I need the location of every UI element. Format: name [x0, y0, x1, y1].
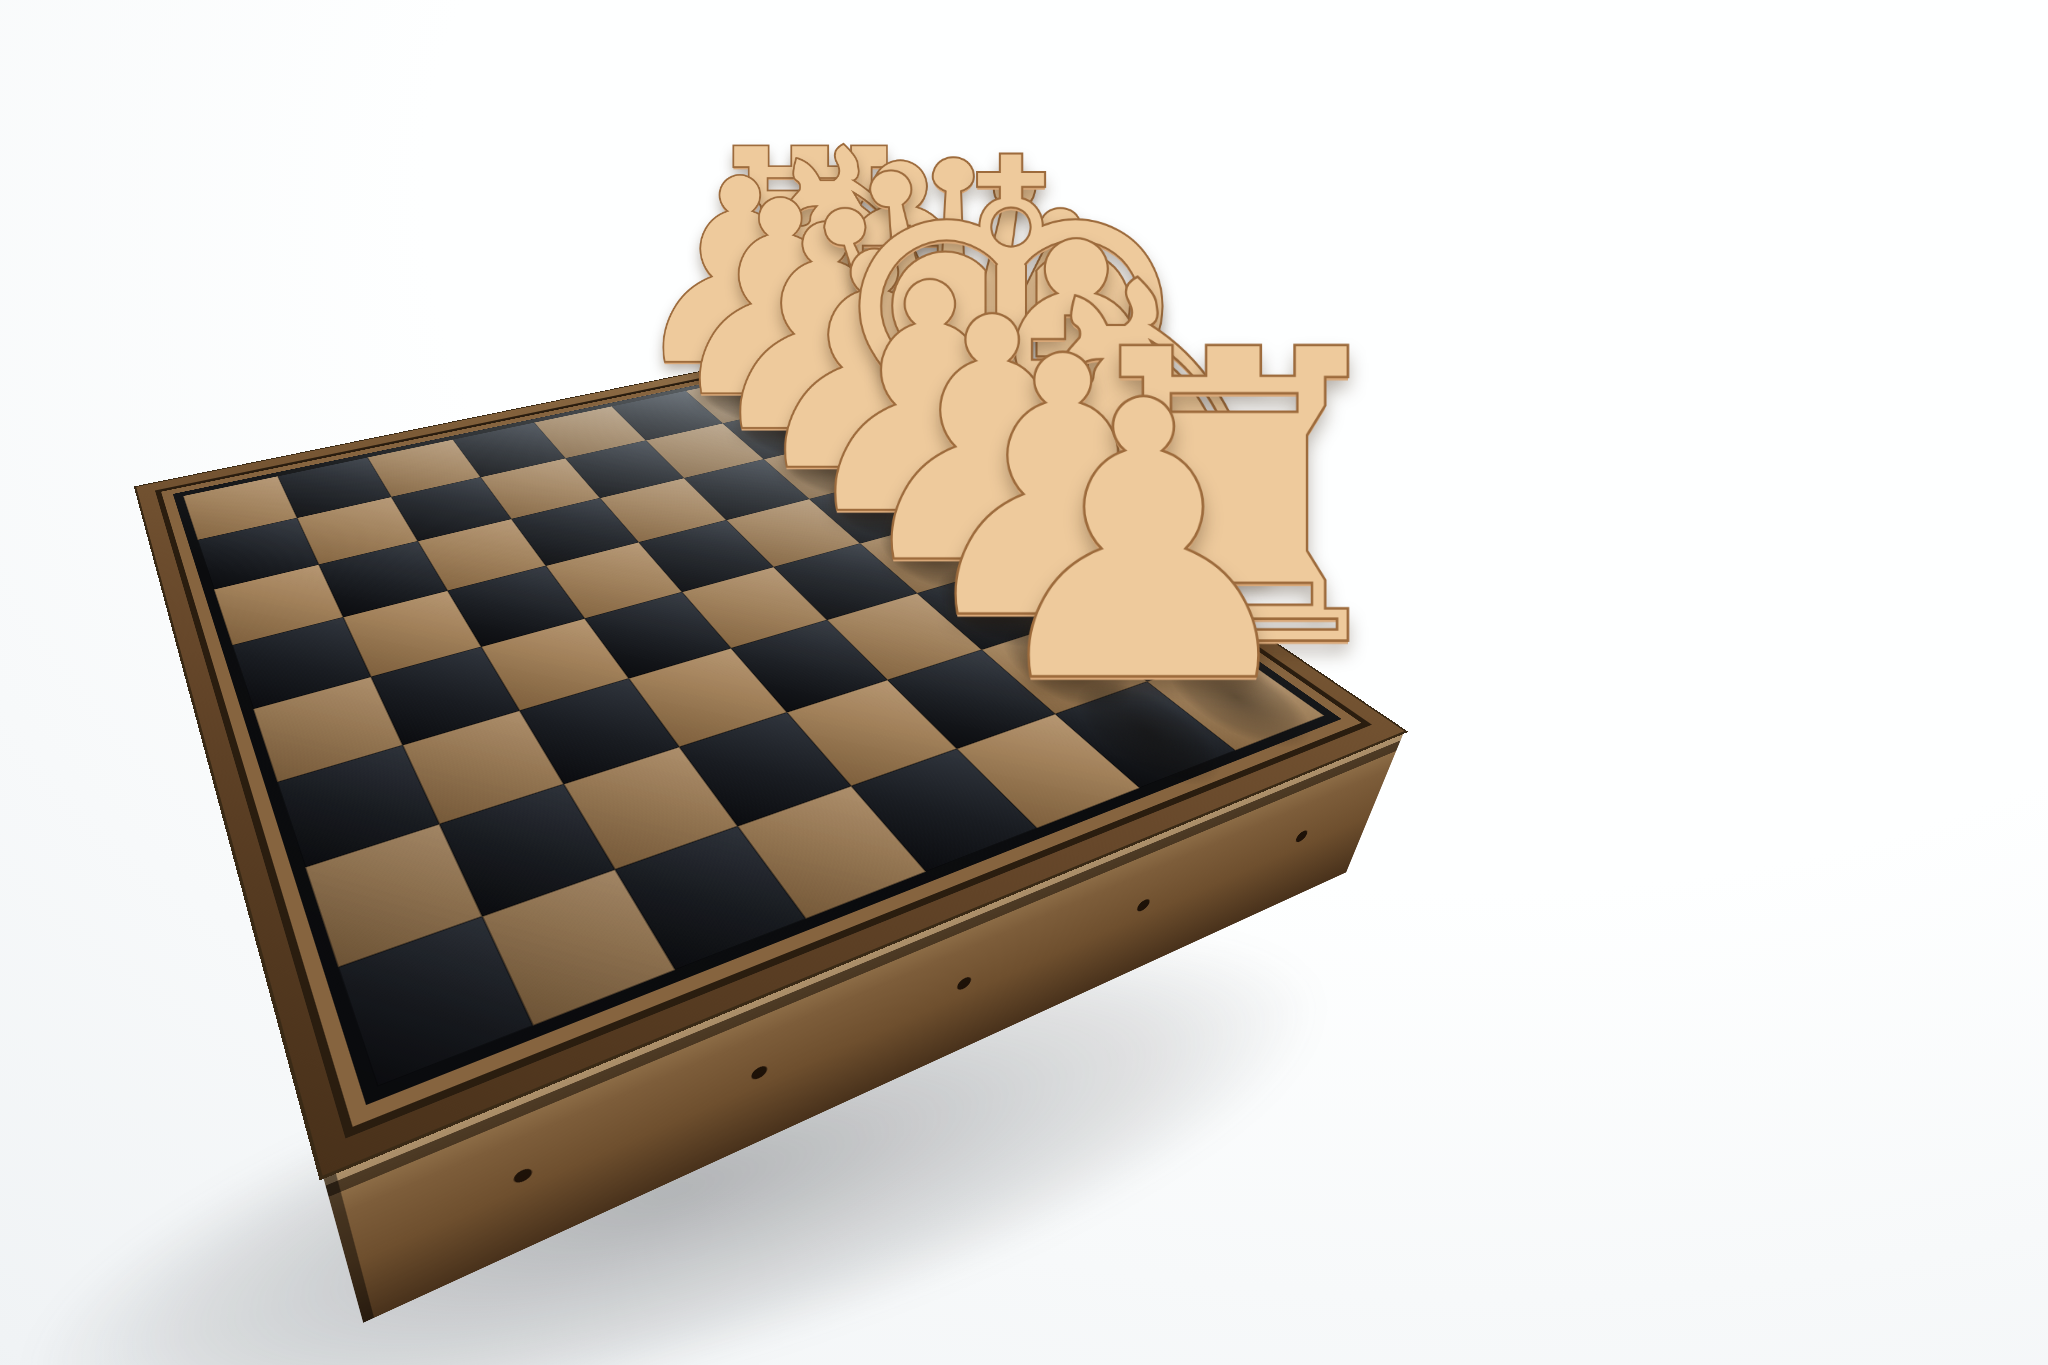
studio-photo-scene: ♜♞♝♛♚♝♞♜♟♟♟♟♟♟♟♟ [0, 0, 2048, 1365]
piece-white-pawn-h2: ♟ [882, 122, 1405, 732]
